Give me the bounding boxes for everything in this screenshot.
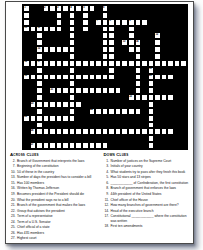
clue-item: 21.Branch of the government that makes t… <box>10 203 98 207</box>
clue-item-number: 8. <box>104 186 110 190</box>
clue-item-number: 7. <box>10 164 16 168</box>
clue-number: 20 <box>149 74 152 77</box>
clue-item-text: Group that advises the president <box>17 209 97 213</box>
clue-number: 3 <box>57 6 58 9</box>
clue-item: 27.Highest court <box>10 236 98 240</box>
black-cell <box>180 128 187 135</box>
clue-item-number: 10. <box>10 170 16 174</box>
crossword-grid: 1234567891011121314151617181920212223242… <box>22 4 188 150</box>
clue-item: 20.What the president says no to a bill <box>10 198 98 202</box>
clue-item-text: Chief officer of the House <box>111 198 191 202</box>
clue-item: 3.Initials of your country <box>104 164 192 168</box>
clue-item-text: Term of a U.S. Senator <box>17 220 97 224</box>
black-cell <box>180 67 187 74</box>
clue-item-text: Beginning of the constitution <box>17 164 97 168</box>
black-cell <box>180 122 187 129</box>
clue-item-text: What the president says no to a bill <box>17 198 97 202</box>
clue-item-text: ____________ of Confederation, the first… <box>111 181 191 185</box>
clue-item: 24.Term of a U.S. Senator <box>10 220 98 224</box>
clue-item-text: Number of justices on the Supreme Court <box>111 159 191 163</box>
clue-item-text: Highest court <box>17 236 97 240</box>
clue-item: 7.Beginning of the constitution <box>10 164 98 168</box>
clue-item: 10.50 of these in the country <box>10 170 98 174</box>
clue-item: 4.What students try to pass after they f… <box>104 170 192 174</box>
black-cell <box>180 12 187 19</box>
clue-number: 24 <box>90 108 93 111</box>
clue-item-text: Term of a representative <box>17 214 97 218</box>
black-cell <box>180 94 187 101</box>
clue-item-text: 50 of these in the country <box>17 170 97 174</box>
black-cell <box>180 53 187 60</box>
clue-number: 17 <box>37 60 40 63</box>
black-cell <box>180 26 187 33</box>
clue-item-number: 26. <box>10 231 16 235</box>
clue-item-text: Head of the executive branch <box>111 209 191 213</box>
clue-item-number: 6. <box>104 181 110 185</box>
clue-number: 19 <box>24 74 27 77</box>
clue-number: 26 <box>31 129 34 132</box>
clue-item: 11.Chief officer of the House <box>104 198 192 202</box>
clue-item-number: 17. <box>104 214 110 223</box>
clue-number: 1 <box>24 6 25 9</box>
across-clues-column: Across Clues 2.Branch of Government that… <box>6 152 100 242</box>
black-cell <box>180 101 187 108</box>
clue-item-number: 16. <box>10 186 16 190</box>
clue-item-number: 13. <box>10 175 16 179</box>
clue-item-text: Initials of your country <box>111 164 191 168</box>
clue-number: 25 <box>24 115 27 118</box>
clue-item-text: Chief official of a state <box>17 225 97 229</box>
clue-item: 9.44th president of the United States <box>104 192 192 196</box>
black-cell <box>180 80 187 87</box>
across-clues-list: 2.Branch of Government that interprets t… <box>10 159 98 241</box>
down-clues-heading: Down Clues <box>104 152 192 157</box>
across-clues-heading: Across Clues <box>10 152 98 157</box>
clue-item-number: 27. <box>10 236 16 240</box>
clue-item-number: 5. <box>104 175 110 179</box>
clue-item-text: Has 435 members <box>17 231 97 235</box>
clue-item: 26.Has 435 members <box>10 231 98 235</box>
black-cell <box>180 32 187 39</box>
clue-item: 6.____________ of Confederation, the fir… <box>104 181 192 185</box>
clue-item: 8.Branch of government that enforces the… <box>104 186 192 190</box>
black-cell <box>180 5 187 12</box>
clue-item-number: 9. <box>104 192 110 196</box>
clue-number: 5 <box>83 6 84 9</box>
black-cell <box>180 108 187 115</box>
clue-number: 13 <box>123 40 126 43</box>
black-cell <box>180 74 187 81</box>
clue-item-number: 4. <box>104 170 110 174</box>
clue-number: 23 <box>31 102 34 105</box>
clue-item-number: 24. <box>10 220 16 224</box>
clue-item-number: 21. <box>10 203 16 207</box>
clue-number: 22 <box>129 95 132 98</box>
clue-item: 1.Number of justices on the Supreme Cour… <box>104 159 192 163</box>
clue-item: 22.Group that advises the president <box>10 209 98 213</box>
clue-item-number: 11. <box>104 198 110 202</box>
clue-item: 13.Number of days the president has to c… <box>10 175 98 179</box>
clue-item: 16.Written by Thomas Jefferson <box>10 186 98 190</box>
clue-section: Across Clues 2.Branch of Government that… <box>6 152 193 242</box>
clue-item-text: Branch of Government that interprets the… <box>17 159 97 163</box>
black-cell <box>180 19 187 26</box>
clue-number: 4 <box>70 6 71 9</box>
clue-number: 21 <box>51 88 54 91</box>
clue-item-number: 19. <box>10 192 16 196</box>
clue-item-number: 22. <box>10 209 16 213</box>
clue-item-number: 18. <box>104 224 110 228</box>
black-cell <box>180 115 187 122</box>
clue-number: 2 <box>44 6 45 9</box>
clue-item: 5.Has 50 stars and 13 stripes <box>104 175 192 179</box>
clue-item-number: 14. <box>104 209 110 213</box>
clue-item-text: What students try to pass after they fin… <box>111 170 191 174</box>
clue-number: 7 <box>96 19 97 22</box>
black-cell <box>180 135 187 142</box>
clue-number: 27 <box>31 143 34 146</box>
black-cell <box>180 39 187 46</box>
clue-item-number: 2. <box>10 159 16 163</box>
clue-number: 6 <box>103 6 104 9</box>
clue-item-text: First ten amendments <box>111 224 191 228</box>
clue-item: 23.Term of a representative <box>10 214 98 218</box>
clue-item-number: 3. <box>104 164 110 168</box>
clue-item: 2.Branch of Government that interprets t… <box>10 159 98 163</box>
clue-number: 8 <box>110 19 111 22</box>
clue-item-text: 44th president of the United States <box>111 192 191 196</box>
clue-item-number: 20. <box>10 198 16 202</box>
black-cell <box>180 87 187 94</box>
clue-item: 17.Constitutional ____________ where the… <box>104 214 192 223</box>
clue-item-number: 12. <box>104 203 110 207</box>
clue-number: 11 <box>37 26 39 29</box>
clue-item: 14.Head of the executive branch <box>104 209 192 213</box>
clue-item-number: 15. <box>10 181 16 185</box>
clue-item-text: Has 100 members <box>17 181 97 185</box>
worksheet-page: 1234567891011121314151617181920212223242… <box>5 1 194 244</box>
clue-number: 9 <box>129 19 130 22</box>
clue-number: 10 <box>24 26 27 29</box>
clue-item-text: Written by Thomas Jefferson <box>17 186 97 190</box>
clue-number: 18 <box>149 67 152 70</box>
clue-item: 18.First ten amendments <box>104 224 192 228</box>
clue-item-number: 25. <box>10 225 16 229</box>
clue-item-number: 23. <box>10 214 16 218</box>
clue-number: 14 <box>136 40 139 43</box>
clue-item-text: Branch of the government that makes the … <box>17 203 97 207</box>
clue-number: 16 <box>24 60 27 63</box>
black-cell <box>180 142 187 149</box>
clue-item-number: 1. <box>104 159 110 163</box>
black-cell <box>180 46 187 53</box>
down-clues-list: 1.Number of justices on the Supreme Cour… <box>104 159 192 229</box>
clue-item: 19.Becomes president if the President sh… <box>10 192 98 196</box>
clue-item: 25.Chief official of a state <box>10 225 98 229</box>
clue-item-text: How many branches of government are ther… <box>111 203 191 207</box>
clue-item-text: Becomes president if the President shoul… <box>17 192 97 196</box>
clue-item: 15.Has 100 members <box>10 181 98 185</box>
clue-item-text: Branch of government that enforces the l… <box>111 186 191 190</box>
clue-number: 15 <box>37 47 40 50</box>
clue-number: 12 <box>155 33 158 36</box>
clue-item-text: Constitutional ____________ where the co… <box>111 214 191 223</box>
clue-item-text: Number of days the president has to cons… <box>17 175 97 179</box>
clue-item: 12.How many branches of government are t… <box>104 203 192 207</box>
down-clues-column: Down Clues 1.Number of justices on the S… <box>100 152 194 242</box>
white-cell[interactable] <box>180 60 187 67</box>
clue-item-text: Has 50 stars and 13 stripes <box>111 175 191 179</box>
